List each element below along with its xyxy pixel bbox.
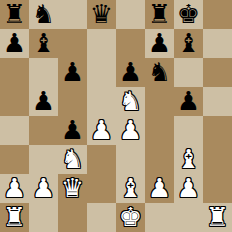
black-bishop-icon: ♝ [32,29,55,58]
white-pawn-icon: ♟ [90,116,113,145]
black-bishop-icon: ♝ [177,29,200,58]
square-b3[interactable] [29,145,58,174]
black-rook-icon: ♜ [3,0,26,29]
square-d2[interactable] [87,174,116,203]
square-c7[interactable] [58,29,87,58]
square-h6[interactable] [203,58,232,87]
black-pawn-icon: ♟ [119,58,142,87]
square-c1[interactable] [58,203,87,232]
square-f5[interactable] [145,87,174,116]
white-pawn-icon: ♟ [119,116,142,145]
square-h7[interactable] [203,29,232,58]
square-c4[interactable]: ♟ [58,116,87,145]
square-f2[interactable]: ♟ [145,174,174,203]
square-d4[interactable]: ♟ [87,116,116,145]
square-g6[interactable] [174,58,203,87]
square-c8[interactable] [58,0,87,29]
white-bishop-icon: ♝ [119,174,142,203]
square-h5[interactable] [203,87,232,116]
square-a8[interactable]: ♜ [0,0,29,29]
black-knight-icon: ♞ [148,58,171,87]
square-f6[interactable]: ♞ [145,58,174,87]
square-b4[interactable] [29,116,58,145]
square-a2[interactable]: ♟ [0,174,29,203]
white-knight-icon: ♞ [61,145,84,174]
black-rook-icon: ♜ [148,0,171,29]
black-king-icon: ♚ [177,0,200,29]
square-a4[interactable] [0,116,29,145]
black-pawn-icon: ♟ [177,87,200,116]
square-e2[interactable]: ♝ [116,174,145,203]
white-pawn-icon: ♟ [32,174,55,203]
square-f3[interactable] [145,145,174,174]
white-pawn-icon: ♟ [177,174,200,203]
square-b2[interactable]: ♟ [29,174,58,203]
square-e1[interactable]: ♚ [116,203,145,232]
white-queen-icon: ♛ [61,174,84,203]
black-pawn-icon: ♟ [3,29,26,58]
square-e3[interactable] [116,145,145,174]
square-b7[interactable]: ♝ [29,29,58,58]
white-king-icon: ♚ [119,203,142,232]
square-f8[interactable]: ♜ [145,0,174,29]
square-e8[interactable] [116,0,145,29]
square-e4[interactable]: ♟ [116,116,145,145]
square-b1[interactable] [29,203,58,232]
square-d1[interactable] [87,203,116,232]
white-knight-icon: ♞ [119,87,142,116]
square-b8[interactable]: ♞ [29,0,58,29]
square-g8[interactable]: ♚ [174,0,203,29]
square-a5[interactable] [0,87,29,116]
square-d8[interactable]: ♛ [87,0,116,29]
square-f1[interactable] [145,203,174,232]
square-d3[interactable] [87,145,116,174]
square-a7[interactable]: ♟ [0,29,29,58]
white-pawn-icon: ♟ [148,174,171,203]
square-h1[interactable]: ♜ [203,203,232,232]
square-h4[interactable] [203,116,232,145]
square-d5[interactable] [87,87,116,116]
black-knight-icon: ♞ [32,0,55,29]
square-b6[interactable] [29,58,58,87]
square-g5[interactable]: ♟ [174,87,203,116]
square-g3[interactable]: ♝ [174,145,203,174]
square-g4[interactable] [174,116,203,145]
square-c2[interactable]: ♛ [58,174,87,203]
square-d7[interactable] [87,29,116,58]
square-h3[interactable] [203,145,232,174]
square-d6[interactable] [87,58,116,87]
square-g1[interactable] [174,203,203,232]
black-pawn-icon: ♟ [148,29,171,58]
white-bishop-icon: ♝ [177,145,200,174]
square-g7[interactable]: ♝ [174,29,203,58]
white-rook-icon: ♜ [3,203,26,232]
square-e6[interactable]: ♟ [116,58,145,87]
square-c6[interactable]: ♟ [58,58,87,87]
black-pawn-icon: ♟ [61,116,84,145]
square-a3[interactable] [0,145,29,174]
square-a6[interactable] [0,58,29,87]
white-rook-icon: ♜ [206,203,229,232]
square-c3[interactable]: ♞ [58,145,87,174]
black-queen-icon: ♛ [90,0,113,29]
square-f4[interactable] [145,116,174,145]
square-b5[interactable]: ♟ [29,87,58,116]
square-a1[interactable]: ♜ [0,203,29,232]
square-h2[interactable] [203,174,232,203]
black-pawn-icon: ♟ [32,87,55,116]
square-f7[interactable]: ♟ [145,29,174,58]
chess-board: ♜♞♛♜♚♟♝♟♝♟♟♞♟♞♟♟♟♟♞♝♟♟♛♝♟♟♜♚♜ [0,0,232,232]
square-c5[interactable] [58,87,87,116]
square-g2[interactable]: ♟ [174,174,203,203]
square-h8[interactable] [203,0,232,29]
black-pawn-icon: ♟ [61,58,84,87]
white-pawn-icon: ♟ [3,174,26,203]
square-e7[interactable] [116,29,145,58]
square-e5[interactable]: ♞ [116,87,145,116]
